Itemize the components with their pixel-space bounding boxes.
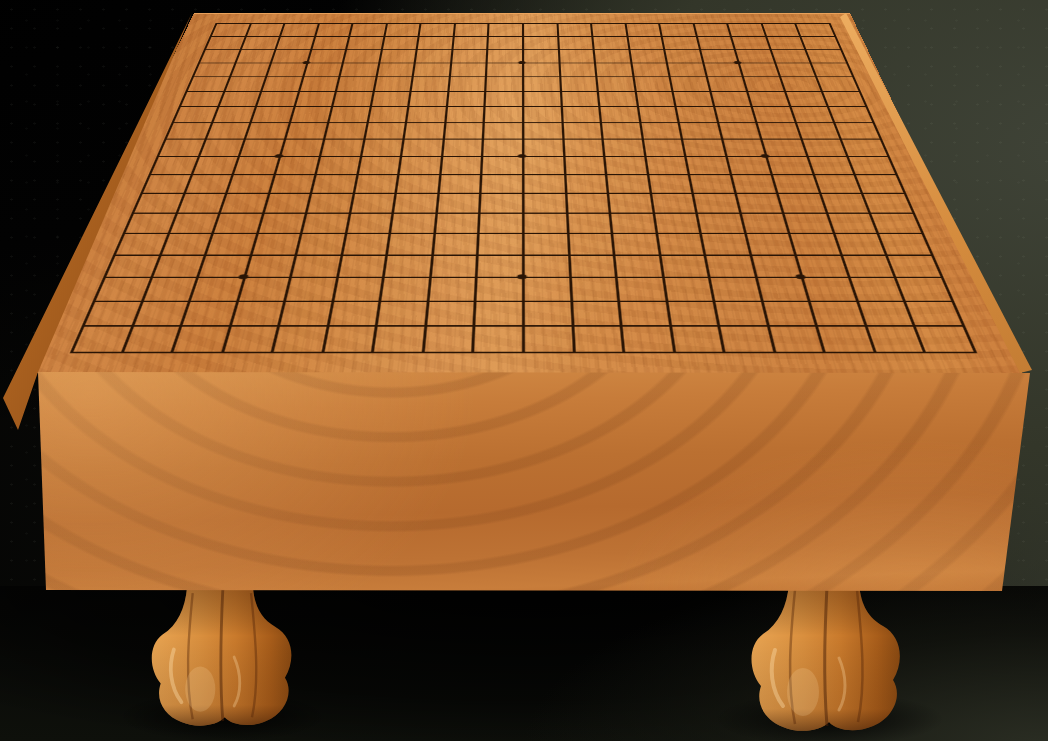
board-cell[interactable] (150, 254, 204, 277)
board-cell[interactable] (789, 106, 833, 122)
board-cell[interactable] (349, 23, 386, 36)
board-cell[interactable] (854, 174, 904, 193)
board-cell[interactable] (250, 106, 294, 122)
board-cell[interactable] (655, 233, 704, 254)
board-cell[interactable] (172, 106, 217, 122)
board-cell[interactable] (522, 49, 558, 63)
board-cell[interactable] (594, 62, 632, 76)
board-cell[interactable] (709, 91, 751, 106)
board-cell[interactable] (567, 254, 615, 277)
board-cell[interactable] (702, 62, 742, 76)
board-cell[interactable] (593, 49, 630, 63)
board-cell[interactable] (327, 106, 369, 122)
board-cell[interactable] (363, 122, 405, 139)
board-cell[interactable] (595, 77, 634, 92)
board-cell[interactable] (658, 23, 695, 36)
board-cell[interactable] (522, 36, 557, 49)
board-cell[interactable] (794, 122, 839, 139)
board-cell[interactable] (345, 212, 392, 233)
board-cell[interactable] (718, 325, 773, 351)
board-cell[interactable] (342, 49, 381, 63)
board-cell[interactable] (275, 36, 314, 49)
board-cell[interactable] (806, 156, 854, 174)
board-cell[interactable] (243, 254, 295, 277)
board-cell[interactable] (472, 325, 522, 351)
board-cell[interactable] (847, 156, 896, 174)
board-cell[interactable] (617, 301, 668, 326)
board-cell[interactable] (408, 91, 448, 106)
board-cell[interactable] (704, 254, 755, 277)
board-cell[interactable] (601, 139, 643, 156)
board-cell[interactable] (485, 77, 522, 92)
board-cell[interactable] (568, 277, 617, 301)
board-cell[interactable] (713, 301, 767, 326)
board-cell[interactable] (405, 106, 445, 122)
board-cell[interactable] (293, 91, 335, 106)
board-cell[interactable] (288, 106, 331, 122)
board-cell[interactable] (486, 49, 522, 63)
board-cell[interactable] (389, 212, 435, 233)
board-cell[interactable] (681, 139, 725, 156)
board-cell[interactable] (444, 106, 484, 122)
board-cell[interactable] (699, 49, 738, 63)
board-cell[interactable] (894, 277, 951, 301)
board-cell[interactable] (190, 156, 238, 174)
board-cell[interactable] (383, 23, 420, 36)
board-cell[interactable] (447, 77, 485, 92)
board-cell[interactable] (522, 106, 561, 122)
board-cell[interactable] (310, 36, 349, 49)
board-cell[interactable] (223, 77, 265, 92)
board-cell[interactable] (443, 122, 484, 139)
board-cell[interactable] (319, 139, 363, 156)
board-cell[interactable] (725, 156, 771, 174)
board-cell[interactable] (400, 139, 442, 156)
board-cell[interactable] (522, 91, 560, 106)
board-cell[interactable] (565, 212, 610, 233)
board-cell[interactable] (801, 277, 856, 301)
board-cell[interactable] (480, 174, 522, 193)
board-cell[interactable] (613, 254, 662, 277)
board-cell[interactable] (646, 174, 691, 193)
board-cell[interactable] (615, 277, 665, 301)
board-cell[interactable] (808, 301, 864, 326)
board-cell[interactable] (315, 156, 360, 174)
board-cell[interactable] (439, 156, 481, 174)
board-cell[interactable] (522, 193, 565, 213)
board-cell[interactable] (345, 36, 383, 49)
board-cell[interactable] (339, 62, 378, 76)
board-cell[interactable] (522, 254, 568, 277)
board-cell[interactable] (260, 77, 302, 92)
board-cell[interactable] (566, 233, 612, 254)
board-cell[interactable] (784, 91, 827, 106)
board-cell[interactable] (450, 49, 487, 63)
board-cell[interactable] (885, 254, 940, 277)
board-cell[interactable] (289, 254, 340, 277)
board-cell[interactable] (628, 49, 666, 63)
board-cell[interactable] (598, 106, 638, 122)
board-cell[interactable] (666, 62, 705, 76)
board-cell[interactable] (734, 193, 782, 213)
board-cell[interactable] (672, 91, 713, 106)
board-cell[interactable] (755, 277, 808, 301)
board-cell[interactable] (250, 233, 301, 254)
board-cell[interactable] (314, 23, 352, 36)
board-cell[interactable] (141, 277, 197, 301)
board-cell[interactable] (167, 212, 218, 233)
board-cell[interactable] (478, 212, 522, 233)
board-cell[interactable] (323, 122, 366, 139)
board-cell[interactable] (641, 139, 684, 156)
board-cell[interactable] (522, 174, 564, 193)
board-cell[interactable] (779, 77, 821, 92)
board-cell[interactable] (522, 212, 566, 233)
board-cell[interactable] (522, 139, 563, 156)
board-cell[interactable] (284, 277, 336, 301)
board-cell[interactable] (771, 174, 819, 193)
board-cell[interactable] (273, 156, 319, 174)
board-cell[interactable] (609, 212, 655, 233)
board-cell[interactable] (794, 23, 834, 36)
board-cell[interactable] (630, 62, 669, 76)
board-cell[interactable] (372, 77, 412, 92)
board-cell[interactable] (522, 62, 559, 76)
board-cell[interactable] (570, 301, 620, 326)
board-cell[interactable] (175, 193, 225, 213)
board-cell[interactable] (558, 62, 595, 76)
board-cell[interactable] (198, 49, 239, 63)
board-cell[interactable] (302, 62, 342, 76)
board-cell[interactable] (371, 325, 424, 351)
board-cell[interactable] (810, 62, 852, 76)
board-cell[interactable] (563, 156, 605, 174)
board-cell[interactable] (760, 301, 815, 326)
board-cell[interactable] (663, 49, 702, 63)
board-cell[interactable] (559, 91, 598, 106)
board-cell[interactable] (433, 212, 478, 233)
board-cell[interactable] (211, 106, 255, 122)
board-cell[interactable] (196, 254, 249, 277)
board-cell[interactable] (557, 49, 594, 63)
board-cell[interactable] (414, 49, 451, 63)
board-cell[interactable] (183, 174, 232, 193)
board-cell[interactable] (360, 139, 403, 156)
board-cell[interactable] (903, 301, 962, 326)
board-cell[interactable] (560, 106, 600, 122)
board-cell[interactable] (171, 325, 229, 351)
board-cell[interactable] (522, 277, 570, 301)
board-cell[interactable] (340, 233, 389, 254)
board-cell[interactable] (800, 139, 846, 156)
board-cell[interactable] (669, 77, 709, 92)
board-cell[interactable] (487, 23, 522, 36)
board-cell[interactable] (611, 233, 659, 254)
board-cell[interactable] (418, 23, 454, 36)
board-cell[interactable] (597, 91, 637, 106)
board-cell[interactable] (684, 156, 729, 174)
board-cell[interactable] (268, 174, 315, 193)
board-cell[interactable] (375, 301, 426, 326)
board-cell[interactable] (306, 49, 345, 63)
board-cell[interactable] (335, 77, 375, 92)
board-cell[interactable] (675, 106, 717, 122)
board-cell[interactable] (661, 36, 699, 49)
board-cell[interactable] (221, 325, 278, 351)
board-cell[interactable] (799, 36, 839, 49)
board-cell[interactable] (229, 301, 284, 326)
board-cell[interactable] (522, 325, 572, 351)
board-cell[interactable] (746, 91, 789, 106)
board-cell[interactable] (229, 62, 271, 76)
board-cell[interactable] (212, 212, 262, 233)
board-cell[interactable] (840, 139, 887, 156)
board-cell[interactable] (164, 122, 210, 139)
board-cell[interactable] (369, 91, 409, 106)
board-cell[interactable] (279, 23, 317, 36)
board-cell[interactable] (474, 277, 522, 301)
board-cell[interactable] (485, 62, 522, 76)
board-cell[interactable] (159, 233, 212, 254)
board-cell[interactable] (483, 106, 522, 122)
board-cell[interactable] (441, 139, 482, 156)
board-cell[interactable] (827, 106, 872, 122)
board-cell[interactable] (695, 36, 734, 49)
board-cell[interactable] (726, 23, 764, 36)
board-cell[interactable] (805, 49, 846, 63)
board-cell[interactable] (217, 91, 260, 106)
board-cell[interactable] (427, 277, 476, 301)
board-cell[interactable] (815, 77, 858, 92)
board-cell[interactable] (262, 193, 310, 213)
board-cell[interactable] (717, 122, 761, 139)
board-cell[interactable] (487, 36, 522, 49)
board-cell[interactable] (669, 325, 723, 351)
board-cell[interactable] (192, 62, 234, 76)
board-cell[interactable] (760, 23, 799, 36)
board-cell[interactable] (591, 36, 628, 49)
board-cell[interactable] (522, 156, 563, 174)
board-cell[interactable] (742, 77, 784, 92)
board-cell[interactable] (708, 277, 760, 301)
board-cell[interactable] (239, 36, 279, 49)
board-cell[interactable] (422, 325, 473, 351)
board-cell[interactable] (821, 91, 865, 106)
board-cell[interactable] (479, 193, 522, 213)
board-cell[interactable] (236, 277, 289, 301)
board-cell[interactable] (812, 174, 861, 193)
board-cell[interactable] (295, 233, 345, 254)
board-cell[interactable] (449, 62, 486, 76)
board-cell[interactable] (522, 122, 562, 139)
board-cell[interactable] (644, 156, 688, 174)
board-cell[interactable] (636, 106, 677, 122)
board-cell[interactable] (626, 36, 663, 49)
board-cell[interactable] (782, 212, 832, 233)
board-cell[interactable] (766, 325, 823, 351)
board-cell[interactable] (279, 139, 324, 156)
board-cell[interactable] (403, 122, 444, 139)
board-cell[interactable] (605, 174, 649, 193)
board-cell[interactable] (756, 122, 801, 139)
board-cell[interactable] (265, 62, 306, 76)
board-cell[interactable] (204, 233, 256, 254)
board-cell[interactable] (410, 77, 449, 92)
board-cell[interactable] (431, 233, 477, 254)
board-cell[interactable] (861, 193, 912, 213)
board-cell[interactable] (557, 36, 593, 49)
board-cell[interactable] (688, 174, 734, 193)
board-cell[interactable] (336, 254, 386, 277)
board-cell[interactable] (481, 139, 522, 156)
board-cell[interactable] (412, 62, 450, 76)
board-cell[interactable] (620, 325, 673, 351)
board-cell[interactable] (424, 301, 474, 326)
board-cell[interactable] (331, 91, 372, 106)
board-cell[interactable] (522, 301, 571, 326)
board-cell[interactable] (632, 77, 672, 92)
board-cell[interactable] (522, 233, 567, 254)
board-cell[interactable] (713, 106, 756, 122)
board-cell[interactable] (590, 23, 626, 36)
board-cell[interactable] (561, 122, 602, 139)
board-cell[interactable] (392, 193, 437, 213)
board-cell[interactable] (435, 193, 479, 213)
board-cell[interactable] (310, 174, 356, 193)
board-cell[interactable] (382, 254, 431, 277)
board-cell[interactable] (692, 193, 739, 213)
board-cell[interactable] (197, 139, 243, 156)
board-cell[interactable] (678, 122, 721, 139)
board-cell[interactable] (649, 193, 695, 213)
board-cell[interactable] (639, 122, 681, 139)
board-cell[interactable] (522, 77, 559, 92)
board-cell[interactable] (416, 36, 453, 49)
board-cell[interactable] (475, 254, 522, 277)
board-cell[interactable] (739, 212, 788, 233)
board-cell[interactable] (244, 122, 289, 139)
board-cell[interactable] (352, 174, 397, 193)
board-cell[interactable] (564, 193, 608, 213)
board-cell[interactable] (556, 23, 591, 36)
board-cell[interactable] (429, 254, 477, 277)
board-cell[interactable] (298, 77, 339, 92)
board-cell[interactable] (379, 277, 429, 301)
board-cell[interactable] (760, 139, 806, 156)
board-cell[interactable] (477, 233, 522, 254)
board-cell[interactable] (482, 122, 522, 139)
board-cell[interactable] (331, 277, 382, 301)
board-cell[interactable] (481, 156, 522, 174)
board-cell[interactable] (305, 193, 352, 213)
board-cell[interactable] (562, 139, 603, 156)
board-cell[interactable] (395, 174, 439, 193)
board-cell[interactable] (278, 301, 332, 326)
board-cell[interactable] (563, 174, 606, 193)
board-cell[interactable] (234, 49, 275, 63)
board-cell[interactable] (271, 325, 326, 351)
board-cell[interactable] (245, 23, 284, 36)
board-cell[interactable] (744, 233, 795, 254)
board-cell[interactable] (721, 139, 766, 156)
board-cell[interactable] (559, 77, 597, 92)
board-cell[interactable] (381, 36, 418, 49)
board-cell[interactable] (571, 325, 622, 351)
board-cell[interactable] (473, 301, 522, 326)
go-board-grid[interactable] (70, 23, 978, 353)
board-cell[interactable] (695, 212, 743, 233)
board-cell[interactable] (225, 174, 273, 193)
board-cell[interactable] (284, 122, 328, 139)
board-cell[interactable] (210, 23, 250, 36)
board-cell[interactable] (300, 212, 348, 233)
board-cell[interactable] (185, 77, 228, 92)
board-cell[interactable] (730, 36, 769, 49)
board-cell[interactable] (729, 174, 776, 193)
board-cell[interactable] (658, 254, 708, 277)
board-cell[interactable] (437, 174, 480, 193)
board-cell[interactable] (665, 301, 718, 326)
board-cell[interactable] (769, 49, 810, 63)
board-cell[interactable] (774, 62, 816, 76)
board-cell[interactable] (188, 277, 243, 301)
board-cell[interactable] (607, 193, 652, 213)
board-cell[interactable] (913, 325, 973, 351)
board-cell[interactable] (662, 277, 713, 301)
board-cell[interactable] (232, 156, 279, 174)
board-cell[interactable] (652, 212, 699, 233)
board-cell[interactable] (765, 36, 805, 49)
board-cell[interactable] (869, 212, 921, 233)
board-cell[interactable] (398, 156, 441, 174)
board-cell[interactable] (699, 233, 749, 254)
board-cell[interactable] (204, 122, 249, 139)
board-cell[interactable] (326, 301, 379, 326)
board-cell[interactable] (453, 23, 488, 36)
board-cell[interactable] (738, 62, 779, 76)
board-cell[interactable] (356, 156, 400, 174)
board-cell[interactable] (751, 106, 795, 122)
board-cell[interactable] (600, 122, 641, 139)
board-cell[interactable] (256, 212, 305, 233)
board-cell[interactable] (484, 91, 522, 106)
board-cell[interactable] (179, 91, 223, 106)
board-cell[interactable] (705, 77, 746, 92)
board-cell[interactable] (776, 193, 825, 213)
board-cell[interactable] (815, 325, 873, 351)
board-cell[interactable] (375, 62, 414, 76)
board-cell[interactable] (180, 301, 236, 326)
board-cell[interactable] (378, 49, 416, 63)
board-cell[interactable] (624, 23, 661, 36)
board-cell[interactable] (219, 193, 268, 213)
board-cell[interactable] (349, 193, 395, 213)
board-cell[interactable] (366, 106, 407, 122)
board-cell[interactable] (603, 156, 646, 174)
board-cell[interactable] (321, 325, 375, 351)
board-cell[interactable] (833, 122, 879, 139)
board-cell[interactable] (386, 233, 434, 254)
board-cell[interactable] (451, 36, 487, 49)
board-cell[interactable] (749, 254, 801, 277)
board-cell[interactable] (634, 91, 674, 106)
board-cell[interactable] (131, 301, 188, 326)
board-cell[interactable] (522, 23, 557, 36)
board-cell[interactable] (446, 91, 485, 106)
board-cell[interactable] (794, 254, 847, 277)
board-cell[interactable] (877, 233, 931, 254)
board-cell[interactable] (765, 156, 812, 174)
